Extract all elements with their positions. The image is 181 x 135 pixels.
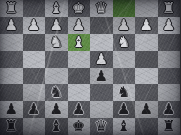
black-pawn-piece: ♟ bbox=[0, 101, 23, 118]
square-d3[interactable] bbox=[90, 34, 113, 51]
white-king-piece: ♚ bbox=[68, 0, 91, 17]
square-e2[interactable]: ♟ bbox=[68, 17, 91, 34]
square-g5[interactable] bbox=[23, 68, 46, 85]
square-h8[interactable]: ♜ bbox=[0, 118, 23, 135]
white-bishop-piece: ♝ bbox=[68, 34, 91, 51]
square-d4[interactable]: ♟ bbox=[90, 51, 113, 68]
white-pawn-piece: ♟ bbox=[23, 17, 46, 34]
white-rook-piece: ♜ bbox=[158, 0, 181, 17]
black-pawn-piece: ♟ bbox=[23, 101, 46, 118]
square-a6[interactable] bbox=[158, 84, 181, 101]
square-f4[interactable] bbox=[45, 51, 68, 68]
square-c4[interactable] bbox=[113, 51, 136, 68]
white-pawn-piece: ♟ bbox=[45, 17, 68, 34]
square-g3[interactable] bbox=[23, 34, 46, 51]
square-g2[interactable]: ♟ bbox=[23, 17, 46, 34]
square-f2[interactable]: ♟ bbox=[45, 17, 68, 34]
square-c3[interactable]: ♞ bbox=[113, 34, 136, 51]
square-f5[interactable] bbox=[45, 68, 68, 85]
square-a8[interactable]: ♜ bbox=[158, 118, 181, 135]
square-a2[interactable]: ♟ bbox=[158, 17, 181, 34]
white-pawn-piece: ♟ bbox=[68, 17, 91, 34]
square-d7[interactable] bbox=[90, 101, 113, 118]
square-b5[interactable] bbox=[135, 68, 158, 85]
square-b8[interactable] bbox=[135, 118, 158, 135]
square-c1[interactable] bbox=[113, 0, 136, 17]
square-f6[interactable]: ♞ bbox=[45, 84, 68, 101]
square-f3[interactable]: ♞ bbox=[45, 34, 68, 51]
square-g6[interactable] bbox=[23, 84, 46, 101]
square-b4[interactable] bbox=[135, 51, 158, 68]
white-knight-piece: ♞ bbox=[45, 34, 68, 51]
square-h5[interactable] bbox=[0, 68, 23, 85]
square-c5[interactable] bbox=[113, 68, 136, 85]
square-b3[interactable] bbox=[135, 34, 158, 51]
chess-board: ♜♝♚♛♜♟♟♟♟♟♟♟♞♝♞♟♟♞♞♟♟♟♟♟♟♟♜♝♚♛♝♜ bbox=[0, 0, 180, 135]
black-bishop-piece: ♝ bbox=[45, 118, 68, 135]
white-pawn-piece: ♟ bbox=[113, 17, 136, 34]
square-h3[interactable] bbox=[0, 34, 23, 51]
square-a7[interactable]: ♟ bbox=[158, 101, 181, 118]
square-h6[interactable] bbox=[0, 84, 23, 101]
square-a4[interactable] bbox=[158, 51, 181, 68]
black-rook-piece: ♜ bbox=[158, 118, 181, 135]
square-b7[interactable]: ♟ bbox=[135, 101, 158, 118]
square-b1[interactable] bbox=[135, 0, 158, 17]
square-h4[interactable] bbox=[0, 51, 23, 68]
white-queen-piece: ♛ bbox=[90, 0, 113, 17]
black-pawn-piece: ♟ bbox=[68, 101, 91, 118]
square-d8[interactable]: ♛ bbox=[90, 118, 113, 135]
square-c8[interactable]: ♝ bbox=[113, 118, 136, 135]
black-king-piece: ♚ bbox=[68, 118, 91, 135]
square-g8[interactable] bbox=[23, 118, 46, 135]
black-pawn-piece: ♟ bbox=[158, 101, 181, 118]
black-queen-piece: ♛ bbox=[90, 118, 113, 135]
black-knight-piece: ♞ bbox=[45, 84, 68, 101]
square-b2[interactable]: ♟ bbox=[135, 17, 158, 34]
square-c2[interactable]: ♟ bbox=[113, 17, 136, 34]
square-e3[interactable]: ♝ bbox=[68, 34, 91, 51]
black-rook-piece: ♜ bbox=[0, 118, 23, 135]
square-f8[interactable]: ♝ bbox=[45, 118, 68, 135]
black-pawn-piece: ♟ bbox=[90, 68, 113, 85]
square-g1[interactable] bbox=[23, 0, 46, 17]
black-knight-piece: ♞ bbox=[113, 84, 136, 101]
square-e6[interactable] bbox=[68, 84, 91, 101]
square-b6[interactable] bbox=[135, 84, 158, 101]
square-d2[interactable] bbox=[90, 17, 113, 34]
square-f1[interactable]: ♝ bbox=[45, 0, 68, 17]
square-c6[interactable]: ♞ bbox=[113, 84, 136, 101]
square-h2[interactable]: ♟ bbox=[0, 17, 23, 34]
white-knight-piece: ♞ bbox=[113, 34, 136, 51]
black-bishop-piece: ♝ bbox=[113, 118, 136, 135]
square-c7[interactable]: ♟ bbox=[113, 101, 136, 118]
square-d6[interactable] bbox=[90, 84, 113, 101]
square-e1[interactable]: ♚ bbox=[68, 0, 91, 17]
white-pawn-piece: ♟ bbox=[158, 17, 181, 34]
square-g4[interactable] bbox=[23, 51, 46, 68]
square-e8[interactable]: ♚ bbox=[68, 118, 91, 135]
square-g7[interactable]: ♟ bbox=[23, 101, 46, 118]
square-a5[interactable] bbox=[158, 68, 181, 85]
white-pawn-piece: ♟ bbox=[90, 51, 113, 68]
square-e4[interactable] bbox=[68, 51, 91, 68]
white-pawn-piece: ♟ bbox=[0, 17, 23, 34]
black-pawn-piece: ♟ bbox=[45, 101, 68, 118]
square-h7[interactable]: ♟ bbox=[0, 101, 23, 118]
square-f7[interactable]: ♟ bbox=[45, 101, 68, 118]
square-h1[interactable]: ♜ bbox=[0, 0, 23, 17]
black-pawn-piece: ♟ bbox=[113, 101, 136, 118]
white-bishop-piece: ♝ bbox=[45, 0, 68, 17]
white-pawn-piece: ♟ bbox=[135, 17, 158, 34]
square-a1[interactable]: ♜ bbox=[158, 0, 181, 17]
square-d5[interactable]: ♟ bbox=[90, 68, 113, 85]
square-e7[interactable]: ♟ bbox=[68, 101, 91, 118]
square-a3[interactable] bbox=[158, 34, 181, 51]
square-d1[interactable]: ♛ bbox=[90, 0, 113, 17]
black-pawn-piece: ♟ bbox=[135, 101, 158, 118]
white-rook-piece: ♜ bbox=[0, 0, 23, 17]
square-e5[interactable] bbox=[68, 68, 91, 85]
